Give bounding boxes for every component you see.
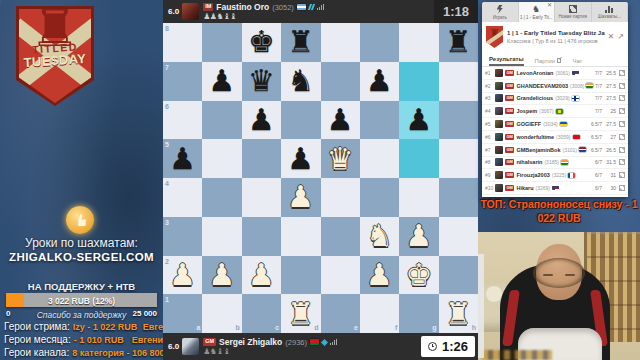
piece-wR-d1[interactable]: ♜ [287,299,314,329]
square-a8[interactable]: 8 [163,23,202,62]
game-area: 6.0 IM Faustino Oro (3052) ♟♟♞♝♝ 1:18 8♚… [163,0,478,360]
rank-label: 3 [165,219,169,226]
square-e5[interactable]: ♛ [321,139,360,178]
square-d3[interactable] [281,217,320,256]
square-f5[interactable] [360,139,399,178]
square-h3[interactable] [439,217,478,256]
rank-label: 5 [165,141,169,148]
player-score: 7/7 [595,70,602,76]
square-a3[interactable]: 3 [163,217,202,256]
square-b8[interactable] [202,23,241,62]
event-title: 1 | 1 - Early Titled Tuesday Blitz Janua… [507,30,605,36]
bottles [482,350,552,360]
bottom-player-rating: (2936) [285,338,307,347]
square-c7[interactable]: ♛ [242,62,281,101]
tab-close-icon[interactable]: ✕ [547,2,552,8]
piece-bP-g6[interactable]: ♟ [405,105,432,135]
progress-max: 25 000 [133,309,157,318]
player-avatar [495,171,503,179]
close-icon[interactable]: ✕ [608,33,615,41]
player-username[interactable]: nihalsarin [516,159,542,165]
piece-wR-h1[interactable]: ♜ [445,299,472,329]
player-avatar [495,94,503,102]
player-username[interactable]: GOGIEFF [516,121,541,127]
connection-signal-icon [330,339,338,346]
square-e8[interactable] [321,23,360,62]
standings-row-6[interactable]: #6GMwonderfultime(3059)6.5/727 [482,131,628,144]
square-f2[interactable]: ♟ [360,256,399,295]
piece-bN-d7[interactable]: ♞ [287,66,314,96]
player-score: 6/7 [595,172,602,178]
event-logo-shield [486,26,503,48]
file-label: d [314,324,318,331]
donation-alert-line1: ТОП: Страпононосец снизу - 1 [478,198,640,212]
square-h8[interactable]: ♜ [439,23,478,62]
support-header: НА ПОДДЕРЖКУ + НТВ [0,281,163,292]
piece-wP-c2[interactable]: ♟ [248,260,275,290]
bottom-player-flag-icon [310,339,319,345]
player-flag-icon [556,109,563,114]
title-badge: GM [505,108,514,114]
standings-row-1[interactable]: #1GMLevonAronian(3061)7/725.5 [482,67,628,80]
square-h5[interactable] [439,139,478,178]
square-b7[interactable]: ♟ [202,62,241,101]
square-e6[interactable]: ♟ [321,101,360,140]
square-g2[interactable]: ♚ [399,256,438,295]
piece-wN-f3[interactable]: ♞ [366,221,393,251]
bottom-player-bar: 6.0 GM Sergei Zhigalko (2936) ♟♞♝♝ 1:26 [163,333,478,360]
standings-rank: #6 [485,134,495,140]
player-avatar [495,69,503,77]
watch-game-icon[interactable] [619,95,625,101]
square-e4[interactable] [321,178,360,217]
diamond-membership-icon [321,338,328,345]
app-tab-label: Играть [493,15,507,20]
square-g4[interactable] [399,178,438,217]
panel-tab-Результаты[interactable]: Результаты [489,56,524,67]
panel-tab-Чат[interactable]: Чат [572,58,582,67]
watch-game-icon[interactable] [619,121,625,127]
square-a7[interactable]: 7 [163,62,202,101]
square-g3[interactable]: ♟ [399,217,438,256]
standings-rank: #9 [485,172,495,178]
square-g6[interactable]: ♟ [399,101,438,140]
player-tiebreak: 25 [602,108,616,114]
title-badge: GM [505,185,514,191]
square-e2[interactable] [321,256,360,295]
piece-wQ-e5[interactable]: ♛ [327,144,354,174]
piece-bP-e6[interactable]: ♟ [327,105,354,135]
square-h4[interactable] [439,178,478,217]
rank-label: 6 [165,103,169,110]
player-avatar [495,146,503,154]
streamer-hair [533,258,585,288]
standings-rank: #10 [485,185,495,191]
bottom-captured-pieces: ♟♞♝♝ [203,348,337,356]
heroes-list: Герои стрима:Izy - 1 022 RUBЕвгеГерои ме… [4,321,163,359]
player-tiebreak: 25.5 [602,70,616,76]
square-d1[interactable]: d♜ [281,294,320,333]
top-captured-pieces: ♟♟♞♝♝ [203,13,324,21]
rank-label: 2 [165,258,169,265]
piece-bP-d5[interactable]: ♟ [287,144,314,174]
bottom-player-score: 6.0 [168,342,179,351]
piece-wK-g2[interactable]: ♚ [405,260,432,290]
standings-row-5[interactable]: #5GMGOGIEFF(3034)6.5/727.5 [482,118,628,131]
standings-row-7[interactable]: #7GMGMBenjaminBok(3101)6.5/726.5 [482,144,628,157]
player-rating: (3061) [555,70,569,76]
player-rating: (3008) [570,83,584,89]
player-username[interactable]: GHANDEEVAM2003 [516,83,568,89]
square-h7[interactable] [439,62,478,101]
square-b6[interactable] [202,101,241,140]
square-f4[interactable] [360,178,399,217]
player-tiebreak: 27.5 [602,121,616,127]
player-username[interactable]: LevonAronian [516,70,553,76]
window-edge [478,254,484,358]
player-tiebreak: 26.5 [602,147,616,153]
square-c3[interactable] [242,217,281,256]
player-score: 6/7 [595,185,602,191]
player-tiebreak: 31.5 [602,159,616,165]
app-tab-label: 1 | 1 - Early Tit... [520,15,553,20]
square-b4[interactable] [202,178,241,217]
standings-rank: #3 [485,95,495,101]
share-icon[interactable]: ↗ [617,33,624,41]
file-label: f [395,324,397,331]
piece-bP-c6[interactable]: ♟ [248,105,275,135]
piece-wP-d4[interactable]: ♟ [287,182,314,212]
hero-value: - 1 010 RUB [74,335,124,345]
piece-bP-a5[interactable]: ♟ [169,144,196,174]
top-player-clock: 1:18 [434,0,478,23]
panel-tabs: РезультатыПартииЧат [482,52,628,67]
player-score: 6/7 [595,159,602,165]
bottom-player-name[interactable]: Sergei Zhigalko [219,337,282,347]
square-f1[interactable]: f [360,294,399,333]
hero-row: Герои канала:8 категория - 106 800,16 ₽ [4,347,163,360]
player-username[interactable]: Grandelicious [516,95,553,101]
player-tiebreak: 30 [602,185,616,191]
player-flag-icon [561,160,568,165]
player-flag-icon [579,147,586,152]
piece-bK-c8[interactable]: ♚ [248,27,275,57]
app-tab-0[interactable]: Играть [482,2,519,22]
chess-board: 8♚♜♜7♟♛♞♟6♟♟♟5♟♟♛4♟3♞♟2♟♟♟♟♚1abcd♜efgh♜ [163,23,478,333]
player-flag-icon [560,122,567,127]
square-d5[interactable]: ♟ [281,139,320,178]
square-h6[interactable] [439,101,478,140]
square-h2[interactable] [439,256,478,295]
donation-alert-line2: 022 RUB [478,212,640,226]
file-label: c [275,324,279,331]
standings-rank: #1 [485,70,495,76]
player-tiebreak: 27.5 [602,95,616,101]
app-tab-label: Шахматы... [598,14,621,19]
standings-row-10[interactable]: #10GMHikaru(3269)6/730 [482,182,628,195]
webcam-view [478,232,640,360]
player-score: 7/7 [595,108,602,114]
player-score: 7/7 [595,83,602,89]
title-badge: GM [505,147,514,153]
app-tab-2[interactable]: Новая партия [555,2,592,22]
lessons-text: Уроки по шахматам: [0,236,163,250]
stream-screen: ♜ TITLED TUE$DAY Уроки по шахматам: ZHIG… [0,0,640,360]
player-flag-icon [586,83,593,88]
square-b5[interactable] [202,139,241,178]
player-flag-icon [552,186,559,191]
square-a2[interactable]: 2♟ [163,256,202,295]
standings-rank: #2 [485,83,495,89]
square-g7[interactable] [399,62,438,101]
connection-signal-icon [317,4,325,11]
tournament-panel: Играть♞1 | 1 - Early Tit...✕Новая партия… [482,2,628,197]
bottom-title-badge: GM [203,338,216,346]
right-column: Играть♞1 | 1 - Early Tit...✕Новая партия… [478,0,640,360]
player-rating: (3034) [543,121,557,127]
file-label: e [354,324,358,331]
square-c5[interactable] [242,139,281,178]
square-a1[interactable]: 1a [163,294,202,333]
external-link-icon [557,58,562,63]
square-c2[interactable]: ♟ [242,256,281,295]
stats-icon [605,5,613,13]
app-tab-3[interactable]: Шахматы... [592,2,629,22]
player-username[interactable]: wonderfultime [516,134,554,140]
player-flag-icon [573,135,580,140]
title-badge: GM [505,121,514,127]
piece-bQ-c7[interactable]: ♛ [248,66,275,96]
title-badge: GM [505,83,514,89]
hero-value: Izy - 1 022 RUB [73,322,138,332]
top-title-badge: IM [203,3,213,11]
watch-game-icon[interactable] [619,108,625,114]
player-rating: (3225) [552,172,566,178]
membership-icon [309,4,314,10]
player-flag-icon [572,71,579,76]
player-rating: (3059) [556,134,570,140]
rank-label: 1 [165,296,169,303]
top-player-score: 6.0 [168,7,179,16]
player-username[interactable]: Firouzja2003 [516,172,549,178]
player-score: 7/7 [595,95,602,101]
player-avatar [495,158,503,166]
standings-row-2[interactable]: #2GMGHANDEEVAM2003(3008)7/727.5 [482,80,628,93]
hero-extra: Евге [143,322,163,332]
hero-label: Герои канала: [4,347,69,358]
app-tab-label: Новая партия [558,14,587,19]
square-e3[interactable] [321,217,360,256]
hero-row: Герои месяца:- 1 010 RUBЕвгени [4,334,163,347]
standings-row-3[interactable]: #3GMGrandelicious(3029)7/727.5 [482,93,628,106]
board-icon [569,5,577,13]
square-c1[interactable]: c [242,294,281,333]
standings-rank: #8 [485,159,495,165]
piece-wP-g3[interactable]: ♟ [405,221,432,251]
piece-bR-h8[interactable]: ♜ [445,27,472,57]
player-username[interactable]: Jospem [516,108,537,114]
standings-rank: #7 [485,147,495,153]
titled-tuesday-logo: ♜ TITLED TUE$DAY [16,6,94,106]
rank-label: 7 [165,64,169,71]
app-tab-1[interactable]: ♞1 | 1 - Early Tit...✕ [519,2,556,22]
square-f6[interactable] [360,101,399,140]
square-b3[interactable] [202,217,241,256]
knight-icon: ♞ [532,5,540,14]
player-flag-icon [568,173,575,178]
square-c4[interactable] [242,178,281,217]
player-score: 6.5/7 [591,121,602,127]
square-g8[interactable] [399,23,438,62]
square-g5[interactable] [399,139,438,178]
lessons-site-url: ZHIGALKO-SERGEI.COM [0,251,163,263]
square-d2[interactable] [281,256,320,295]
lightning-icon [497,5,503,14]
top-player-name[interactable]: Faustino Oro [216,2,269,12]
square-f7[interactable]: ♟ [360,62,399,101]
player-username[interactable]: GMBenjaminBok [516,147,560,153]
standings-rank: #4 [485,108,495,114]
player-score: 6.5/7 [591,147,602,153]
square-c8[interactable]: ♚ [242,23,281,62]
watch-game-icon[interactable] [619,134,625,140]
square-d4[interactable]: ♟ [281,178,320,217]
piece-bP-b7[interactable]: ♟ [209,66,236,96]
title-badge: GM [505,134,514,140]
square-a6[interactable]: 6 [163,101,202,140]
player-rating: (3067) [539,108,553,114]
rank-label: 8 [165,25,169,32]
square-a4[interactable]: 4 [163,178,202,217]
title-badge: GM [505,70,514,76]
watch-game-icon[interactable] [619,172,625,178]
square-h1[interactable]: h♜ [439,294,478,333]
square-f3[interactable]: ♞ [360,217,399,256]
player-avatar [495,184,503,192]
player-tiebreak: 31 [602,172,616,178]
player-flag-icon [572,96,579,101]
player-avatar [495,120,503,128]
file-label: b [235,324,239,331]
top-player-avatar[interactable] [182,3,199,20]
watch-game-icon[interactable] [619,70,625,76]
title-badge: GM [505,159,514,165]
donation-progress-bar: 3 022 RUB (12%) [6,293,157,307]
piece-wP-a2[interactable]: ♟ [169,260,196,290]
player-avatar [495,107,503,115]
hero-label: Герои стрима: [4,321,70,332]
file-label: a [196,324,200,331]
piece-wP-f2[interactable]: ♟ [366,260,393,290]
square-a5[interactable]: 5♟ [163,139,202,178]
left-sidebar: ♜ TITLED TUE$DAY Уроки по шахматам: ZHIG… [0,0,163,360]
file-label: h [472,324,476,331]
square-d7[interactable]: ♞ [281,62,320,101]
bottom-player-avatar[interactable] [182,338,199,355]
event-subtitle: Классика | Тур 8 из 11 | 476 игроков [507,38,605,44]
clock-icon [428,342,437,351]
top-player-rating: (3052) [272,3,294,12]
square-f8[interactable] [360,23,399,62]
event-header: 1 | 1 - Early Titled Tuesday Blitz Janua… [482,22,628,52]
square-b2[interactable]: ♟ [202,256,241,295]
rank-label: 4 [165,180,169,187]
player-username[interactable]: Hikaru [516,185,533,191]
hero-value: 8 категория - 106 800,16 ₽ [72,348,163,358]
hero-label: Герои месяца: [4,334,71,345]
standings-row-8[interactable]: #8GMnihalsarin(3185)6/731.5 [482,157,628,170]
player-tiebreak: 27 [602,134,616,140]
title-badge: GM [505,95,514,101]
donation-alert: ТОП: Страпононосец снизу - 1 022 RUB [478,198,640,225]
player-rating: (3269) [536,185,550,191]
standings-row-4[interactable]: #4GMJospem(3067)7/725 [482,105,628,118]
watch-game-icon[interactable] [619,159,625,165]
square-e1[interactable]: e [321,294,360,333]
watch-game-icon[interactable] [619,83,625,89]
square-e7[interactable] [321,62,360,101]
square-g1[interactable]: g [399,294,438,333]
donation-progress-label: 3 022 RUB (12%) [6,296,157,306]
bottom-clock-time: 1:26 [442,339,468,354]
top-player-flag-icon [297,4,306,10]
player-avatar [495,82,503,90]
bottom-player-clock: 1:26 [421,336,475,357]
hero-row: Герои стрима:Izy - 1 022 RUBЕвге [4,321,163,334]
square-d8[interactable]: ♜ [281,23,320,62]
app-tab-bar: Играть♞1 | 1 - Early Tit...✕Новая партия… [482,2,628,22]
player-rating: (3101) [562,147,576,153]
standings-row-9[interactable]: #9GMFirouzja2003(3225)6/731 [482,169,628,182]
standings-list: #1GMLevonAronian(3061)7/725.5#2GMGHANDEE… [482,67,628,195]
piece-bR-d8[interactable]: ♜ [287,27,314,57]
square-b1[interactable]: b [202,294,241,333]
hero-extra: Евгени [132,335,163,345]
player-avatar [495,133,503,141]
watch-game-icon[interactable] [619,185,625,191]
piece-wP-b2[interactable]: ♟ [209,260,236,290]
standings-rank: #5 [485,121,495,127]
player-score: 6.5/7 [591,134,602,140]
player-tiebreak: 27.5 [602,83,616,89]
coin-thumbsup-icon [66,206,94,234]
player-rating: (3029) [555,95,569,101]
top-player-bar: 6.0 IM Faustino Oro (3052) ♟♟♞♝♝ 1:18 [163,0,478,23]
square-c6[interactable]: ♟ [242,101,281,140]
player-rating: (3185) [544,159,558,165]
panel-tab-Партии[interactable]: Партии [535,58,562,67]
title-badge: GM [505,172,514,178]
watch-game-icon[interactable] [619,147,625,153]
file-label: g [432,324,436,331]
piece-bP-f7[interactable]: ♟ [366,66,393,96]
square-d6[interactable] [281,101,320,140]
